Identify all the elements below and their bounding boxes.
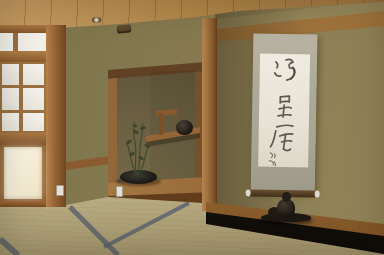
calligraphy-signature [269,153,276,166]
shoji-pane [2,113,19,131]
shoji-pane [23,88,44,110]
transom-pane [18,33,46,51]
transom-pane [0,33,13,51]
bright-glass-pane [4,147,42,199]
window-mid-rail [0,51,46,62]
corner-pillar [202,18,217,211]
shoji-window [0,25,66,207]
shoji-pane [2,88,19,110]
tea-room-photo [0,0,384,255]
shoji-grid [0,62,46,133]
window-sill [0,201,46,207]
bronze-figurine [255,192,317,226]
figurine-head [282,192,291,202]
scroll-paper [258,54,310,168]
window-top-rail [0,25,46,33]
shoji-pane [23,113,44,131]
window-lower-opening [0,145,46,201]
calligraphy [258,54,310,168]
shoji-pane [23,64,44,85]
window-lower-rail [0,133,46,145]
shoji-pane [2,64,19,85]
hanging-scroll [251,33,318,200]
window-right-stile [46,25,66,207]
wall-outlet [56,185,64,196]
